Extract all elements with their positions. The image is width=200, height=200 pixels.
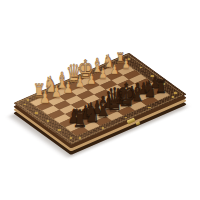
- chess-piece-white-pawn: ♟: [63, 80, 73, 96]
- chess-piece-white-pawn: ♟: [75, 76, 85, 91]
- chess-piece-black-rook: ♜: [155, 77, 167, 96]
- chess-piece-white-pawn: ♟: [110, 62, 118, 75]
- chess-piece-white-pawn: ♟: [98, 67, 107, 81]
- product-photo-scene: ♜♞♝♛♚♝♞♜♟♟♟♟♟♟♟♟♟♟♟♟♟♟♟♟♜♞♝♛♚♝♞♜: [0, 0, 200, 200]
- chess-piece-black-rook: ♜: [72, 107, 87, 131]
- chess-piece-white-pawn: ♟: [122, 58, 130, 71]
- chess-piece-white-pawn: ♟: [51, 84, 61, 100]
- chess-piece-white-pawn: ♟: [40, 89, 51, 106]
- chess-piece-white-pawn: ♟: [87, 71, 96, 86]
